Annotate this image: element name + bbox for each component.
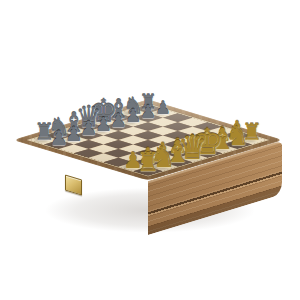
piece-white-rook-a1[interactable]: ♜ — [126, 150, 170, 176]
piece-black-pawn-a7[interactable]: ♟ — [37, 128, 81, 148]
product-photo-stage: ♜♞♝♛♚♝♞♜♟♟♟♟♟♟♟♟♟♟♟♟♟♟♟♟♜♞♝♛♚♝♞♜ — [0, 0, 300, 300]
brand-plaque — [65, 174, 82, 195]
